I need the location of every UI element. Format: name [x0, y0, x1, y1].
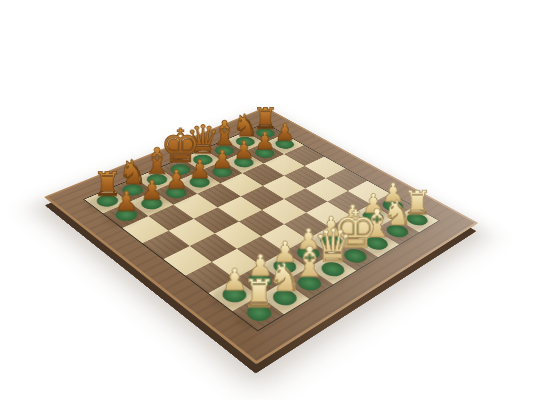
black-pawn-glyph: ♟ — [97, 187, 155, 214]
perspective-scene: ♜♞♝♚♛♝♞♜♟♟♟♟♟♟♟♟♟♟♟♟♟♟♟♟♜♞♝♛♚♝♞♜ — [0, 0, 533, 400]
chess-board: ♜♞♝♚♛♝♞♜♟♟♟♟♟♟♟♟♟♟♟♟♟♟♟♟♜♞♝♛♚♝♞♜ — [44, 107, 478, 364]
chess-set-photo: ♜♞♝♚♛♝♞♜♟♟♟♟♟♟♟♟♟♟♟♟♟♟♟♟♜♞♝♛♚♝♞♜ — [0, 0, 533, 400]
white-rook-glyph: ♜ — [225, 274, 292, 313]
